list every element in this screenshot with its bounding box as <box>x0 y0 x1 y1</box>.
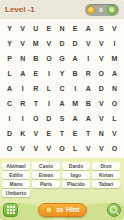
grid-cell[interactable]: V <box>82 141 95 156</box>
grid-cell[interactable]: O <box>108 141 121 156</box>
grid-cell[interactable]: A <box>82 111 95 126</box>
grid-cell[interactable]: E <box>69 21 82 36</box>
word-chip: Placido <box>62 180 90 188</box>
grid-cell[interactable]: C <box>3 96 16 111</box>
grid-cell[interactable]: Y <box>3 21 16 36</box>
grid-cell[interactable]: O <box>42 51 55 66</box>
word-chip: Edilio <box>2 171 30 179</box>
grid-cell[interactable]: I <box>3 111 16 126</box>
grid-cell[interactable]: V <box>95 141 108 156</box>
grid-cell[interactable]: V <box>108 21 121 36</box>
add-coins-button[interactable]: + <box>107 5 117 15</box>
coin-counter: 0 + <box>85 4 119 16</box>
grid-cell[interactable]: V <box>29 141 42 156</box>
grid-cell[interactable]: D <box>69 36 82 51</box>
grid-cell[interactable]: L <box>3 66 16 81</box>
grid-cell[interactable]: E <box>42 21 55 36</box>
word-chip: Umberto <box>2 189 30 197</box>
hint-cost: 20 <box>56 207 63 213</box>
word-chip: Paris <box>32 180 60 188</box>
word-chip: Casto <box>32 162 60 170</box>
grid-cell[interactable]: I <box>16 111 29 126</box>
grid-cell[interactable]: I <box>108 36 121 51</box>
grid-cell[interactable]: M <box>69 96 82 111</box>
grid-cell[interactable]: P <box>3 51 16 66</box>
grid-cell[interactable]: V <box>95 36 108 51</box>
grid-cell[interactable]: D <box>3 126 16 141</box>
top-bar: Level -1 0 + <box>0 0 124 19</box>
grid-cell[interactable]: N <box>55 21 68 36</box>
letter-grid[interactable]: YVUENEASVYVMVDDVVIPNBOGAIVMLAEIYBROAAIRL… <box>0 19 124 158</box>
grid-cell[interactable]: I <box>42 66 55 81</box>
grid-cell[interactable]: D <box>42 111 55 126</box>
word-chip: Eneas <box>32 171 60 179</box>
grid-cell[interactable]: A <box>69 51 82 66</box>
grid-cell[interactable]: I <box>42 96 55 111</box>
word-chip: Abimael <box>2 162 30 170</box>
word-row: ManoParisPlacidoTabari <box>2 180 122 188</box>
word-search-app: Level -1 0 + YVUENEASVYVMVDDVVIPNBOGAIVM… <box>0 0 124 220</box>
grid-cell[interactable]: V <box>16 141 29 156</box>
level-select-button[interactable] <box>3 203 18 217</box>
word-chip: Mano <box>2 180 30 188</box>
grid-cell[interactable]: S <box>55 111 68 126</box>
grid-cell[interactable]: V <box>29 126 42 141</box>
grid-cell[interactable]: T <box>29 96 42 111</box>
grid-cell[interactable]: O <box>95 66 108 81</box>
grid-cell[interactable]: V <box>95 51 108 66</box>
grid-cell[interactable]: V <box>82 36 95 51</box>
hint-label: Hint <box>66 206 80 213</box>
grid-cell[interactable]: A <box>82 81 95 96</box>
grid-cell[interactable]: O <box>29 111 42 126</box>
grid-cell[interactable]: L <box>42 81 55 96</box>
grid-cell[interactable]: V <box>95 96 108 111</box>
grid-cell[interactable]: B <box>29 51 42 66</box>
grid-cell[interactable]: L <box>108 111 121 126</box>
grid-cell[interactable]: M <box>29 36 42 51</box>
word-chip: Dardo <box>62 162 90 170</box>
grid-cell[interactable]: A <box>82 21 95 36</box>
grid-cell[interactable]: N <box>95 126 108 141</box>
grid-cell[interactable]: B <box>69 66 82 81</box>
grid-cell[interactable]: A <box>69 111 82 126</box>
grid-cell[interactable]: A <box>16 66 29 81</box>
hint-button[interactable]: 20 Hint <box>38 203 86 217</box>
word-row: EdilioEneasIagoKirian <box>2 171 122 179</box>
grid-cell[interactable]: O <box>3 141 16 156</box>
coin-count: 0 <box>98 7 104 13</box>
grid-cell[interactable]: G <box>55 51 68 66</box>
grid-cell[interactable]: D <box>95 81 108 96</box>
grid-menu-icon <box>7 206 15 214</box>
word-row: AbimaelCastoDardoDion <box>2 162 122 170</box>
grid-cell[interactable]: N <box>16 51 29 66</box>
grid-cell[interactable]: L <box>69 141 82 156</box>
grid-cell[interactable]: Y <box>55 66 68 81</box>
grid-cell[interactable]: O <box>55 141 68 156</box>
grid-cell[interactable]: D <box>55 36 68 51</box>
grid-cell[interactable]: M <box>108 51 121 66</box>
word-list: AbimaelCastoDardoDionEdilioEneasIagoKiri… <box>2 162 122 197</box>
grid-cell[interactable]: C <box>55 81 68 96</box>
word-row: Umberto <box>2 189 122 197</box>
coin-icon <box>87 6 95 14</box>
word-chip: Iago <box>62 171 90 179</box>
grid-cell[interactable]: K <box>16 126 29 141</box>
grid-cell[interactable]: Y <box>3 36 16 51</box>
word-chip: Dion <box>92 162 120 170</box>
grid-cell[interactable]: V <box>42 141 55 156</box>
word-chip: Tabari <box>92 180 120 188</box>
grid-cell[interactable]: E <box>29 66 42 81</box>
grid-cell[interactable]: I <box>16 81 29 96</box>
grid-cell[interactable]: A <box>108 66 121 81</box>
grid-cell[interactable]: O <box>108 96 121 111</box>
grid-cell[interactable]: T <box>55 126 68 141</box>
grid-cell[interactable]: N <box>108 81 121 96</box>
grid-cell[interactable]: U <box>29 21 42 36</box>
grid-cell[interactable]: I <box>82 51 95 66</box>
grid-cell[interactable]: E <box>69 126 82 141</box>
grid-cell[interactable]: V <box>42 36 55 51</box>
level-label: Level -1 <box>5 5 35 14</box>
grid-cell[interactable]: R <box>16 96 29 111</box>
grid-cell[interactable]: B <box>82 96 95 111</box>
word-chip: Kirian <box>92 171 120 179</box>
grid-cell[interactable]: V <box>108 126 121 141</box>
grid-cell[interactable]: V <box>16 21 29 36</box>
grid-cell[interactable]: S <box>95 21 108 36</box>
grid-cell[interactable]: V <box>95 111 108 126</box>
grid-cell[interactable]: R <box>29 81 42 96</box>
bottom-bar: 20 Hint <box>3 202 121 217</box>
grid-cell[interactable]: A <box>55 96 68 111</box>
grid-cell[interactable]: V <box>16 36 29 51</box>
grid-cell[interactable]: A <box>3 81 16 96</box>
grid-cell[interactable]: I <box>69 81 82 96</box>
grid-cell[interactable]: E <box>42 126 55 141</box>
magnifier-button[interactable] <box>107 203 121 217</box>
coin-icon <box>45 206 53 214</box>
grid-cell[interactable]: R <box>82 66 95 81</box>
grid-cell[interactable]: T <box>82 126 95 141</box>
